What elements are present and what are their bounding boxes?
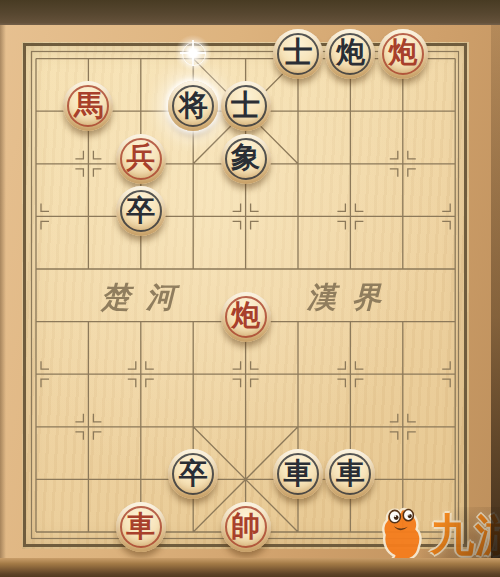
piece-red-general[interactable]: 帥 (221, 502, 271, 552)
piece-black-chariot[interactable]: 車 (273, 449, 323, 499)
left-edge-shadow (0, 0, 6, 577)
piece-black-cannon[interactable]: 炮 (325, 29, 375, 79)
piece-black-advisor[interactable]: 士 (273, 29, 323, 79)
piece-glyph: 兵 (126, 143, 155, 172)
piece-glyph: 帥 (231, 512, 260, 541)
piece-glyph: 象 (231, 143, 260, 172)
piece-glyph: 車 (336, 459, 365, 488)
table-bottom-edge (0, 558, 500, 577)
piece-black-chariot[interactable]: 車 (325, 449, 375, 499)
piece-red-soldier[interactable]: 兵 (116, 134, 166, 184)
piece-glyph: 馬 (74, 91, 103, 120)
piece-glyph: 士 (231, 91, 260, 120)
piece-glyph: 炮 (336, 38, 365, 67)
piece-glyph: 卒 (126, 196, 155, 225)
right-edge-shadow (491, 0, 500, 577)
table-top-edge (0, 0, 500, 25)
piece-red-cannon[interactable]: 炮 (378, 29, 428, 79)
piece-glyph: 車 (284, 459, 313, 488)
piece-black-advisor[interactable]: 士 (221, 81, 271, 131)
piece-black-general[interactable]: 将 (168, 81, 218, 131)
piece-black-soldier[interactable]: 卒 (116, 186, 166, 236)
piece-glyph: 車 (126, 512, 155, 541)
piece-black-elephant[interactable]: 象 (221, 134, 271, 184)
pieces-layer: 士炮炮馬将士兵象卒炮卒車車車帥 (0, 0, 500, 577)
xiangqi-game-screen: 楚河 漢界 士炮炮馬将士兵象卒炮卒車車車帥 九游 (0, 0, 500, 577)
piece-glyph: 炮 (388, 38, 417, 67)
piece-red-chariot[interactable]: 車 (116, 502, 166, 552)
piece-red-cannon[interactable]: 炮 (221, 292, 271, 342)
piece-glyph: 士 (284, 38, 313, 67)
piece-glyph: 将 (179, 91, 208, 120)
piece-black-soldier[interactable]: 卒 (168, 449, 218, 499)
piece-glyph: 炮 (231, 301, 260, 330)
piece-glyph: 卒 (179, 459, 208, 488)
piece-red-horse[interactable]: 馬 (63, 81, 113, 131)
